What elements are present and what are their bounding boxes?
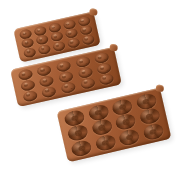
mold-hanging-tab <box>89 8 98 16</box>
mold-cavity-nut <box>80 77 96 90</box>
mold-cavity-rose <box>142 122 165 141</box>
mold-cavity-nut <box>22 89 38 102</box>
mold-cavity-nut <box>41 85 57 98</box>
mold-cavity-rose <box>94 133 117 152</box>
mold-cavity-nut <box>99 73 115 86</box>
mold-cavity-nut <box>58 71 74 84</box>
product-photo <box>0 0 180 180</box>
mold-cavity-nut <box>67 37 81 48</box>
mold-cavity-rose <box>115 113 138 132</box>
mold-cavity-nut <box>96 62 112 75</box>
mold-cavity-nut <box>39 75 55 88</box>
mold-hanging-tab <box>156 84 165 92</box>
mold-cavity-nut <box>37 64 53 77</box>
mold-cavity-rose <box>67 124 90 143</box>
mold-cavity-nut <box>94 52 110 65</box>
mold-cavity-rose <box>118 128 141 147</box>
mold-cavity-nut <box>81 34 95 45</box>
mold-cavity-nut <box>60 81 76 94</box>
mold-hanging-tab <box>109 44 118 52</box>
mold-cavity-nut <box>38 44 52 55</box>
mold-cavity-nut <box>52 40 66 51</box>
chocolate-mold-bottom <box>57 88 172 163</box>
cavity-grid <box>57 88 172 163</box>
mold-cavity-nut <box>77 66 93 79</box>
mold-cavity-rose <box>70 139 93 158</box>
mold-cavity-nut <box>23 47 37 58</box>
mold-cavity-nut <box>20 79 36 92</box>
